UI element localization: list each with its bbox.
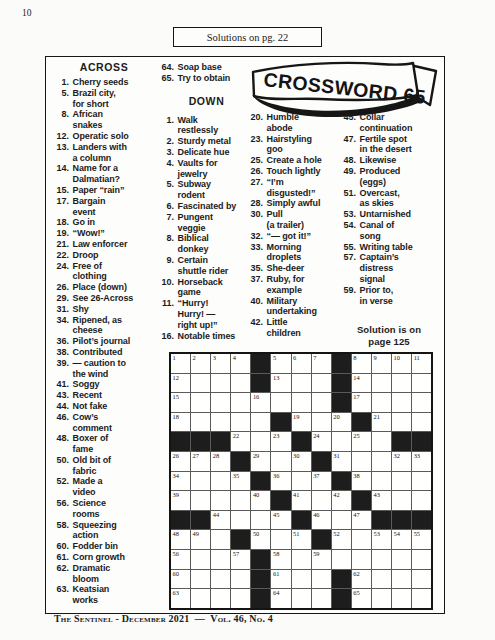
cell-r7c3[interactable] bbox=[211, 472, 230, 491]
clue-across-34: 34.Ripened, as cheese bbox=[52, 315, 156, 337]
cell-number: 45 bbox=[273, 511, 279, 519]
cell-r7c8[interactable]: 37 bbox=[312, 472, 331, 491]
clue-across-13: 13.Landers with a column bbox=[52, 142, 156, 164]
cell-r11c6[interactable]: 58 bbox=[271, 550, 290, 569]
cell-r10c1[interactable]: 48 bbox=[171, 530, 190, 549]
cell-r7c4[interactable]: 35 bbox=[231, 472, 250, 491]
cell-r3c2[interactable] bbox=[191, 393, 210, 412]
clue-down-51: 51.Overcast, as skies bbox=[339, 188, 439, 210]
cell-r4c1[interactable]: 18 bbox=[171, 413, 190, 432]
clue-number: 9. bbox=[157, 255, 174, 266]
black-cell-r5c3 bbox=[211, 432, 230, 451]
clue-across-39: 39.— caution to the wind bbox=[52, 358, 156, 380]
cell-r6c12[interactable]: 32 bbox=[392, 452, 411, 471]
clue-text: Ruby, for example bbox=[267, 274, 343, 296]
cell-number: 8 bbox=[353, 354, 356, 362]
crossword-grid: 1234567891011121314151617181920212223242… bbox=[169, 352, 433, 610]
clue-text: “Hurry! Hurry! — right up!” bbox=[178, 298, 257, 330]
clue-text: Keatsian works bbox=[73, 584, 157, 606]
cell-r6c2[interactable]: 27 bbox=[191, 452, 210, 471]
cell-r11c4[interactable]: 57 bbox=[231, 550, 250, 569]
cell-r1c7[interactable]: 6 bbox=[292, 354, 311, 373]
clue-number: 36. bbox=[52, 336, 69, 347]
clue-number: 52. bbox=[52, 476, 69, 487]
cell-r3c5[interactable]: 16 bbox=[251, 393, 270, 412]
cell-r1c10[interactable]: 8 bbox=[352, 354, 371, 373]
across-header: ACROSS bbox=[52, 62, 156, 73]
clue-text: Operatic solo bbox=[73, 131, 157, 142]
clue-across-26: 26.Place (down) bbox=[52, 282, 156, 293]
cell-r3c1[interactable]: 15 bbox=[171, 393, 190, 412]
cell-number: 24 bbox=[313, 432, 319, 440]
cell-number: 61 bbox=[273, 570, 279, 578]
cell-r8c1[interactable]: 39 bbox=[171, 491, 190, 510]
cell-r3c8[interactable] bbox=[312, 393, 331, 412]
black-cell-r9c12 bbox=[392, 511, 411, 530]
clue-number: 32. bbox=[246, 231, 263, 242]
cell-r9c10[interactable]: 47 bbox=[352, 511, 371, 530]
cell-r8c5[interactable]: 40 bbox=[251, 491, 270, 510]
clue-text: Overcast, as skies bbox=[360, 188, 440, 210]
cell-r12c6[interactable]: 61 bbox=[271, 570, 290, 589]
cell-r10c2[interactable]: 49 bbox=[191, 530, 210, 549]
clue-text: Fertile spot in the desert bbox=[360, 134, 440, 156]
page-number: 10 bbox=[22, 8, 32, 18]
clue-number: 47. bbox=[339, 134, 356, 145]
cell-r7c10[interactable]: 38 bbox=[352, 472, 371, 491]
cell-r8c4[interactable] bbox=[231, 491, 250, 510]
clue-number: 3. bbox=[157, 147, 174, 158]
clue-across-36: 36.Pilot’s journal bbox=[52, 336, 156, 347]
cell-r6c6[interactable] bbox=[271, 452, 290, 471]
cell-r5c10[interactable]: 25 bbox=[352, 432, 371, 451]
clue-across-61: 61.Corn growth bbox=[52, 552, 156, 563]
clue-down-33: 33.Morning droplets bbox=[246, 242, 342, 264]
clue-text: Soggy bbox=[73, 379, 157, 390]
cell-r6c7[interactable]: 30 bbox=[292, 452, 311, 471]
cell-number: 35 bbox=[233, 472, 239, 480]
clue-number: 5. bbox=[157, 179, 174, 190]
cell-number: 16 bbox=[253, 393, 259, 401]
cell-r10c13[interactable]: 55 bbox=[412, 530, 431, 549]
clue-number: 43. bbox=[52, 390, 69, 401]
clue-text: Likewise bbox=[360, 155, 440, 166]
cell-r11c8[interactable]: 59 bbox=[312, 550, 331, 569]
cell-r7c11[interactable] bbox=[372, 472, 391, 491]
cell-r3c7[interactable] bbox=[292, 393, 311, 412]
cell-r11c7[interactable] bbox=[292, 550, 311, 569]
clue-down-32: 32.“— got it!” bbox=[246, 231, 342, 242]
cell-number: 41 bbox=[293, 491, 299, 499]
cell-number: 21 bbox=[373, 413, 379, 421]
cell-r6c1[interactable]: 26 bbox=[171, 452, 190, 471]
clue-text: Dramatic bloom bbox=[73, 563, 157, 585]
cell-r1c8[interactable]: 7 bbox=[312, 354, 331, 373]
black-cell-r6c8 bbox=[312, 452, 331, 471]
cell-r12c7[interactable] bbox=[292, 570, 311, 589]
cell-r6c5[interactable]: 29 bbox=[251, 452, 270, 471]
clue-text: Horseback game bbox=[178, 277, 257, 299]
cell-r9c9[interactable] bbox=[332, 511, 351, 530]
cell-r7c6[interactable]: 36 bbox=[271, 472, 290, 491]
clue-down-49: 49.Produced (eggs) bbox=[339, 166, 439, 188]
cell-number: 20 bbox=[333, 413, 339, 421]
clue-text: Boxer of fame bbox=[73, 433, 157, 455]
clue-text: “I’m disgusted!” bbox=[267, 177, 343, 199]
clue-text: Canal of song bbox=[360, 220, 440, 242]
cell-r13c12[interactable] bbox=[392, 589, 411, 608]
cell-r10c3[interactable] bbox=[211, 530, 230, 549]
cell-r5c8[interactable]: 24 bbox=[312, 432, 331, 451]
cell-r4c12[interactable] bbox=[392, 413, 411, 432]
clue-number: 56. bbox=[52, 498, 69, 509]
cell-r10c12[interactable]: 54 bbox=[392, 530, 411, 549]
cell-r1c3[interactable]: 3 bbox=[211, 354, 230, 373]
clue-across-44: 44.Not fake bbox=[52, 401, 156, 412]
cell-r3c13[interactable] bbox=[412, 393, 431, 412]
cell-r5c4[interactable]: 22 bbox=[231, 432, 250, 451]
cell-r1c11[interactable]: 9 bbox=[372, 354, 391, 373]
clue-text: Create a hole bbox=[267, 155, 343, 166]
cell-r2c4[interactable] bbox=[231, 374, 250, 393]
clue-number: 65. bbox=[157, 73, 174, 84]
cell-number: 43 bbox=[373, 491, 379, 499]
cell-r4c7[interactable]: 19 bbox=[292, 413, 311, 432]
cell-r11c10[interactable] bbox=[352, 550, 371, 569]
cell-r2c8[interactable] bbox=[312, 374, 331, 393]
clue-text: Captain’s distress signal bbox=[360, 252, 440, 284]
cell-r11c11[interactable] bbox=[372, 550, 391, 569]
cell-number: 19 bbox=[293, 413, 299, 421]
clue-text: “Wow!” bbox=[73, 228, 157, 239]
cell-r8c2[interactable] bbox=[191, 491, 210, 510]
cell-r13c7[interactable] bbox=[292, 589, 311, 608]
cell-r8c8[interactable] bbox=[312, 491, 331, 510]
cell-r3c12[interactable] bbox=[392, 393, 411, 412]
cell-r6c13[interactable]: 33 bbox=[412, 452, 431, 471]
cell-r2c3[interactable] bbox=[211, 374, 230, 393]
cell-number: 13 bbox=[273, 374, 279, 382]
cell-r12c8[interactable] bbox=[312, 570, 331, 589]
clue-down-9: 9.Certain shuttle rider bbox=[157, 255, 256, 277]
cell-r3c10[interactable]: 17 bbox=[352, 393, 371, 412]
cell-number: 54 bbox=[394, 530, 400, 538]
cell-r7c7[interactable] bbox=[292, 472, 311, 491]
cell-r11c1[interactable]: 56 bbox=[171, 550, 190, 569]
cell-r12c10[interactable]: 62 bbox=[352, 570, 371, 589]
cell-r2c7[interactable] bbox=[292, 374, 311, 393]
cell-r5c6[interactable]: 23 bbox=[271, 432, 290, 451]
cell-r2c13[interactable] bbox=[412, 374, 431, 393]
cell-r13c6[interactable]: 64 bbox=[271, 589, 290, 608]
cell-r6c9[interactable]: 31 bbox=[332, 452, 351, 471]
cell-r3c11[interactable] bbox=[372, 393, 391, 412]
cell-number: 53 bbox=[373, 530, 379, 538]
clue-down-11: 11.“Hurry! Hurry! — right up!” bbox=[157, 298, 256, 330]
cell-r11c13[interactable] bbox=[412, 550, 431, 569]
cell-r8c9[interactable]: 42 bbox=[332, 491, 351, 510]
cell-r5c11[interactable] bbox=[372, 432, 391, 451]
cell-r7c13[interactable] bbox=[412, 472, 431, 491]
clue-number: 16. bbox=[157, 331, 174, 342]
clue-text: See 26-Across bbox=[73, 293, 157, 304]
cell-r4c11[interactable]: 21 bbox=[372, 413, 391, 432]
cell-r1c2[interactable]: 2 bbox=[191, 354, 210, 373]
cell-number: 38 bbox=[353, 472, 359, 480]
clue-across-50: 50.Old bit of fabric bbox=[52, 455, 156, 477]
clue-number: 12. bbox=[52, 131, 69, 142]
cell-r11c2[interactable] bbox=[191, 550, 210, 569]
cell-r12c4[interactable] bbox=[231, 570, 250, 589]
cell-r3c4[interactable] bbox=[231, 393, 250, 412]
black-cell-r13c9 bbox=[332, 589, 351, 608]
clue-number: 33. bbox=[246, 242, 263, 253]
clue-down-10: 10.Horseback game bbox=[157, 277, 256, 299]
clue-text: Walk restlessly bbox=[178, 115, 257, 137]
clue-text: Science rooms bbox=[73, 498, 157, 520]
down-header: DOWN bbox=[157, 96, 256, 107]
clue-number: 29. bbox=[52, 293, 69, 304]
clue-text: Shy bbox=[73, 304, 157, 315]
cell-number: 46 bbox=[313, 511, 319, 519]
cell-r7c12[interactable] bbox=[392, 472, 411, 491]
clue-number: 44. bbox=[52, 401, 69, 412]
cell-r2c6[interactable]: 13 bbox=[271, 374, 290, 393]
clue-text: Pilot’s journal bbox=[73, 336, 157, 347]
cell-r6c10[interactable] bbox=[352, 452, 371, 471]
clue-down-55: 55.Writing table bbox=[339, 242, 439, 253]
clue-across-64: 64.Soap base bbox=[157, 62, 256, 73]
cell-r2c2[interactable] bbox=[191, 374, 210, 393]
cell-r1c6[interactable]: 5 bbox=[271, 354, 290, 373]
cell-number: 29 bbox=[253, 452, 259, 460]
cell-r7c2[interactable] bbox=[191, 472, 210, 491]
cell-r13c10[interactable]: 65 bbox=[352, 589, 371, 608]
clue-number: 6. bbox=[157, 201, 174, 212]
clue-number: 38. bbox=[52, 347, 69, 358]
cell-r4c3[interactable] bbox=[211, 413, 230, 432]
clue-text: Try to obtain bbox=[178, 73, 257, 84]
cell-r10c11[interactable]: 53 bbox=[372, 530, 391, 549]
cell-r13c8[interactable] bbox=[312, 589, 331, 608]
cell-r9c5[interactable] bbox=[251, 511, 270, 530]
clue-number: 2. bbox=[157, 136, 174, 147]
clue-down-54: 54.Canal of song bbox=[339, 220, 439, 242]
cell-r3c6[interactable] bbox=[271, 393, 290, 412]
clue-number: 1. bbox=[52, 77, 69, 88]
clue-down-27: 27.“I’m disgusted!” bbox=[246, 177, 342, 199]
cell-r9c6[interactable]: 45 bbox=[271, 511, 290, 530]
black-cell-r9c11 bbox=[372, 511, 391, 530]
clue-down-1: 1.Walk restlessly bbox=[157, 115, 256, 137]
clue-across-24: 24.Free of clothing bbox=[52, 261, 156, 283]
black-cell-r2c9 bbox=[332, 374, 351, 393]
cell-number: 17 bbox=[353, 393, 359, 401]
cell-number: 9 bbox=[373, 354, 376, 362]
cell-r10c9[interactable]: 52 bbox=[332, 530, 351, 549]
cell-r4c9[interactable]: 20 bbox=[332, 413, 351, 432]
clue-number: 25. bbox=[246, 155, 263, 166]
clue-number: 55. bbox=[339, 242, 356, 253]
cell-number: 33 bbox=[414, 452, 420, 460]
clue-number: 15. bbox=[52, 185, 69, 196]
cell-number: 51 bbox=[293, 530, 299, 538]
clue-across-21: 21.Law enforcer bbox=[52, 239, 156, 250]
cell-number: 64 bbox=[273, 589, 279, 597]
clue-across-8: 8.African snakes bbox=[52, 109, 156, 131]
clue-down-30: 30.Pull (a trailer) bbox=[246, 209, 342, 231]
cell-r8c13[interactable] bbox=[412, 491, 431, 510]
clue-down-5: 5.Subway rodent bbox=[157, 179, 256, 201]
black-cell-r8c10 bbox=[352, 491, 371, 510]
cell-r8c3[interactable] bbox=[211, 491, 230, 510]
black-cell-r7c9 bbox=[332, 472, 351, 491]
cell-r2c11[interactable] bbox=[372, 374, 391, 393]
cell-r4c5[interactable] bbox=[251, 413, 270, 432]
cell-number: 7 bbox=[313, 354, 316, 362]
clue-number: 48. bbox=[339, 155, 356, 166]
cell-r8c7[interactable]: 41 bbox=[292, 491, 311, 510]
cell-r2c10[interactable]: 14 bbox=[352, 374, 371, 393]
cell-r8c12[interactable] bbox=[392, 491, 411, 510]
cell-r7c1[interactable]: 34 bbox=[171, 472, 190, 491]
cell-number: 28 bbox=[213, 452, 219, 460]
cell-r9c8[interactable]: 46 bbox=[312, 511, 331, 530]
clue-text: Old bit of fabric bbox=[73, 455, 157, 477]
clue-text: Certain shuttle rider bbox=[178, 255, 257, 277]
clue-number: 61. bbox=[52, 552, 69, 563]
cell-r11c9[interactable] bbox=[332, 550, 351, 569]
cell-r12c3[interactable] bbox=[211, 570, 230, 589]
cell-r4c13[interactable] bbox=[412, 413, 431, 432]
cell-r13c2[interactable] bbox=[191, 589, 210, 608]
cell-number: 42 bbox=[333, 491, 339, 499]
clue-column-down-2: 45.Collar continuation47.Fertile spot in… bbox=[339, 112, 439, 347]
cell-r4c2[interactable] bbox=[191, 413, 210, 432]
clue-down-53: 53.Untarnished bbox=[339, 209, 439, 220]
cell-r10c6[interactable] bbox=[271, 530, 290, 549]
clue-text: Produced (eggs) bbox=[360, 166, 440, 188]
clue-text: Untarnished bbox=[360, 209, 440, 220]
clue-down-48: 48.Likewise bbox=[339, 155, 439, 166]
cell-r6c3[interactable]: 28 bbox=[211, 452, 230, 471]
clue-across-56: 56.Science rooms bbox=[52, 498, 156, 520]
clue-across-15: 15.Paper “rain” bbox=[52, 185, 156, 196]
clue-down-25: 25.Create a hole bbox=[246, 155, 342, 166]
clue-text: Notable times bbox=[178, 331, 257, 342]
cell-r12c13[interactable] bbox=[412, 570, 431, 589]
clue-number: 57. bbox=[339, 252, 356, 263]
cell-r12c2[interactable] bbox=[191, 570, 210, 589]
clue-column-mixed: 64.Soap base65.Try to obtainDOWN1.Walk r… bbox=[157, 62, 256, 341]
cell-r1c12[interactable]: 10 bbox=[392, 354, 411, 373]
black-cell-r12c9 bbox=[332, 570, 351, 589]
cell-r1c4[interactable]: 4 bbox=[231, 354, 250, 373]
cell-number: 59 bbox=[313, 550, 319, 558]
clue-across-18: 18.Go in bbox=[52, 217, 156, 228]
cell-r13c3[interactable] bbox=[211, 589, 230, 608]
clue-number: 28. bbox=[246, 198, 263, 209]
black-cell-r4c10 bbox=[352, 413, 371, 432]
cell-number: 52 bbox=[333, 530, 339, 538]
cell-r10c7[interactable]: 51 bbox=[292, 530, 311, 549]
cell-r2c12[interactable] bbox=[392, 374, 411, 393]
clue-text: Pungent veggie bbox=[178, 212, 257, 234]
clue-text: Not fake bbox=[73, 401, 157, 412]
cell-r10c10[interactable] bbox=[352, 530, 371, 549]
clue-down-6: 6.Fascinated by bbox=[157, 201, 256, 212]
clue-number: 62. bbox=[52, 563, 69, 574]
clue-text: Corn growth bbox=[73, 552, 157, 563]
cell-number: 40 bbox=[253, 491, 259, 499]
cell-r4c8[interactable] bbox=[312, 413, 331, 432]
cell-r11c12[interactable] bbox=[392, 550, 411, 569]
black-cell-r12c5 bbox=[251, 570, 270, 589]
cell-r3c3[interactable] bbox=[211, 393, 230, 412]
clue-across-48: 48.Boxer of fame bbox=[52, 433, 156, 455]
cell-r13c4[interactable] bbox=[231, 589, 250, 608]
cell-r2c1[interactable]: 12 bbox=[171, 374, 190, 393]
black-cell-r6c4 bbox=[231, 452, 250, 471]
clue-text: Place (down) bbox=[73, 282, 157, 293]
cell-r11c3[interactable] bbox=[211, 550, 230, 569]
clue-number: 27. bbox=[246, 177, 263, 188]
cell-r1c1[interactable]: 1 bbox=[171, 354, 190, 373]
clue-down-47: 47.Fertile spot in the desert bbox=[339, 134, 439, 156]
cell-number: 23 bbox=[273, 432, 279, 440]
cell-r10c5[interactable]: 50 bbox=[251, 530, 270, 549]
clue-number: 18. bbox=[52, 217, 69, 228]
cell-r5c9[interactable] bbox=[332, 432, 351, 451]
clue-number: 26. bbox=[52, 282, 69, 293]
cell-number: 49 bbox=[193, 530, 199, 538]
clue-number: 59. bbox=[339, 285, 356, 296]
cell-number: 37 bbox=[313, 472, 319, 480]
cell-r13c13[interactable] bbox=[412, 589, 431, 608]
clue-number: 21. bbox=[52, 239, 69, 250]
cell-number: 26 bbox=[173, 452, 179, 460]
clue-across-60: 60.Fodder bin bbox=[52, 541, 156, 552]
cell-number: 14 bbox=[353, 374, 359, 382]
cell-r8c11[interactable]: 43 bbox=[372, 491, 391, 510]
cell-number: 30 bbox=[293, 452, 299, 460]
cell-r12c1[interactable]: 60 bbox=[171, 570, 190, 589]
black-cell-r1c9 bbox=[332, 354, 351, 373]
clue-down-28: 28.Simply awful bbox=[246, 198, 342, 209]
cell-number: 47 bbox=[353, 511, 359, 519]
clue-number: 49. bbox=[339, 166, 356, 177]
cell-number: 60 bbox=[173, 570, 179, 578]
cell-r12c11[interactable] bbox=[372, 570, 391, 589]
cell-r6c11[interactable] bbox=[372, 452, 391, 471]
cell-r5c5[interactable] bbox=[251, 432, 270, 451]
cell-r4c4[interactable] bbox=[231, 413, 250, 432]
clue-down-40: 40.Military undertaking bbox=[246, 296, 342, 318]
clue-down-16: 16.Notable times bbox=[157, 331, 256, 342]
cell-r13c1[interactable]: 63 bbox=[171, 589, 190, 608]
clue-text: Free of clothing bbox=[73, 261, 157, 283]
clue-down-59: 59.Prior to, in verse bbox=[339, 285, 439, 307]
cell-r13c11[interactable] bbox=[372, 589, 391, 608]
clue-number: 14. bbox=[52, 163, 69, 174]
clue-text: Fascinated by bbox=[178, 201, 257, 212]
clue-text: Cow’s comment bbox=[73, 412, 157, 434]
clue-number: 39. bbox=[52, 358, 69, 369]
cell-r9c3[interactable]: 44 bbox=[211, 511, 230, 530]
cell-r1c13[interactable]: 11 bbox=[412, 354, 431, 373]
cell-r12c12[interactable] bbox=[392, 570, 411, 589]
cell-r9c4[interactable] bbox=[231, 511, 250, 530]
